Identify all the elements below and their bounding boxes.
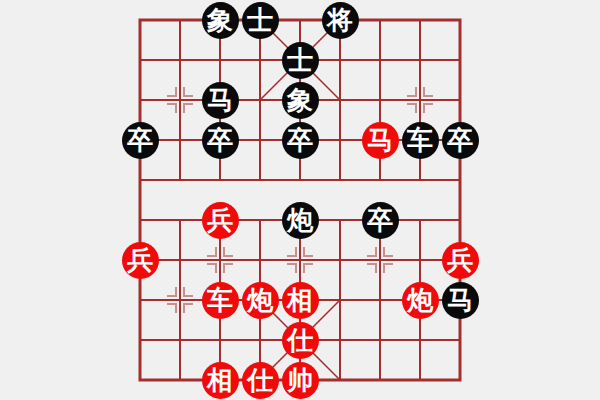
black-horse-glyph: 马 (447, 287, 473, 313)
black-advisor[interactable]: 士 (282, 42, 319, 79)
red-soldier[interactable]: 兵 (122, 242, 159, 279)
red-general-glyph: 帅 (287, 367, 313, 393)
red-advisor[interactable]: 仕 (242, 362, 279, 399)
red-advisor[interactable]: 仕 (282, 322, 319, 359)
black-general[interactable]: 将 (322, 2, 359, 39)
black-soldier-glyph: 卒 (447, 127, 473, 153)
red-horse[interactable]: 马 (362, 122, 399, 159)
black-advisor-glyph: 士 (287, 47, 313, 73)
black-advisor-glyph: 士 (247, 7, 273, 33)
red-cannon-glyph: 炮 (407, 287, 433, 313)
xiangqi-board[interactable]: 象士将士马象卒卒卒马车卒兵炮卒兵兵车炮相炮马仕相仕帅 (120, 0, 480, 400)
black-soldier-glyph: 卒 (367, 207, 393, 233)
black-chariot-glyph: 车 (407, 127, 433, 153)
black-soldier[interactable]: 卒 (122, 122, 159, 159)
red-elephant[interactable]: 相 (282, 282, 319, 319)
red-soldier-glyph: 兵 (447, 247, 473, 273)
black-soldier[interactable]: 卒 (362, 202, 399, 239)
black-horse[interactable]: 马 (442, 282, 479, 319)
red-soldier[interactable]: 兵 (202, 202, 239, 239)
black-elephant-glyph: 象 (287, 87, 313, 113)
red-cannon-glyph: 炮 (247, 287, 273, 313)
red-horse-glyph: 马 (367, 127, 393, 153)
black-elephant[interactable]: 象 (282, 82, 319, 119)
red-soldier-glyph: 兵 (207, 207, 233, 233)
black-chariot[interactable]: 车 (402, 122, 439, 159)
red-cannon[interactable]: 炮 (402, 282, 439, 319)
black-cannon-glyph: 炮 (287, 207, 313, 233)
black-horse[interactable]: 马 (202, 82, 239, 119)
red-elephant[interactable]: 相 (202, 362, 239, 399)
red-soldier[interactable]: 兵 (442, 242, 479, 279)
black-soldier[interactable]: 卒 (202, 122, 239, 159)
black-elephant-glyph: 象 (207, 7, 233, 33)
red-general[interactable]: 帅 (282, 362, 319, 399)
black-general-glyph: 将 (327, 7, 353, 33)
red-advisor-glyph: 仕 (287, 327, 313, 353)
black-horse-glyph: 马 (207, 87, 233, 113)
red-elephant-glyph: 相 (207, 367, 233, 393)
xiangqi-app: 象士将士马象卒卒卒马车卒兵炮卒兵兵车炮相炮马仕相仕帅 (0, 0, 600, 400)
black-soldier[interactable]: 卒 (282, 122, 319, 159)
red-soldier-glyph: 兵 (127, 247, 153, 273)
black-soldier-glyph: 卒 (127, 127, 153, 153)
black-soldier-glyph: 卒 (287, 127, 313, 153)
red-chariot-glyph: 车 (207, 287, 233, 313)
red-advisor-glyph: 仕 (247, 367, 273, 393)
red-chariot[interactable]: 车 (202, 282, 239, 319)
black-advisor[interactable]: 士 (242, 2, 279, 39)
black-elephant[interactable]: 象 (202, 2, 239, 39)
black-soldier[interactable]: 卒 (442, 122, 479, 159)
red-cannon[interactable]: 炮 (242, 282, 279, 319)
red-elephant-glyph: 相 (287, 287, 313, 313)
black-soldier-glyph: 卒 (207, 127, 233, 153)
black-cannon[interactable]: 炮 (282, 202, 319, 239)
